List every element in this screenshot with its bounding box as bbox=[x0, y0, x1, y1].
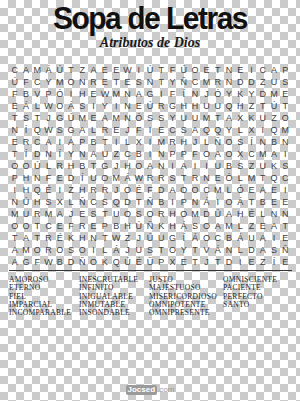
grid-cell-r4c8[interactable]: I bbox=[88, 100, 99, 112]
grid-cell-r9c24[interactable]: K bbox=[268, 160, 279, 172]
grid-cell-r16c16[interactable]: Y bbox=[178, 244, 189, 256]
grid-cell-r14c25[interactable]: T bbox=[280, 220, 291, 232]
grid-cell-r2c16[interactable]: Ñ bbox=[178, 76, 189, 88]
grid-cell-r5c5[interactable]: G bbox=[54, 112, 65, 124]
grid-cell-r1c21[interactable]: E bbox=[235, 64, 246, 76]
grid-cell-r4c20[interactable]: Q bbox=[223, 100, 234, 112]
grid-cell-r15c15[interactable]: G bbox=[167, 232, 178, 244]
grid-cell-r17c2[interactable]: G bbox=[20, 256, 31, 268]
grid-cell-r16c3[interactable]: O bbox=[32, 244, 43, 256]
grid-cell-r3c8[interactable]: E bbox=[88, 88, 99, 100]
grid-cell-r10c18[interactable]: N bbox=[201, 172, 212, 184]
grid-cell-r8c21[interactable]: X bbox=[235, 148, 246, 160]
grid-cell-r13c15[interactable]: H bbox=[167, 208, 178, 220]
grid-cell-r7c7[interactable]: P bbox=[77, 136, 88, 148]
grid-cell-r7c12[interactable]: X bbox=[133, 136, 144, 148]
grid-cell-r1c12[interactable]: I bbox=[133, 64, 144, 76]
grid-cell-r14c10[interactable]: B bbox=[111, 220, 122, 232]
grid-cell-r14c22[interactable]: Z bbox=[246, 220, 257, 232]
grid-cell-r3c25[interactable]: E bbox=[280, 88, 291, 100]
grid-cell-r4c12[interactable]: E bbox=[133, 100, 144, 112]
grid-cell-r12c9[interactable]: S bbox=[99, 196, 110, 208]
grid-cell-r11c10[interactable]: J bbox=[111, 184, 122, 196]
grid-cell-r17c7[interactable]: Ñ bbox=[77, 256, 88, 268]
grid-cell-r9c2[interactable]: O bbox=[20, 160, 31, 172]
grid-cell-r2c13[interactable]: N bbox=[144, 76, 155, 88]
grid-cell-r14c3[interactable]: T bbox=[32, 220, 43, 232]
grid-cell-r3c9[interactable]: W bbox=[99, 88, 110, 100]
grid-cell-r16c9[interactable]: L bbox=[99, 244, 110, 256]
grid-cell-r12c24[interactable]: E bbox=[268, 196, 279, 208]
grid-cell-r3c23[interactable]: D bbox=[257, 88, 268, 100]
grid-cell-r14c4[interactable]: C bbox=[43, 220, 54, 232]
grid-cell-r8c12[interactable]: B bbox=[133, 148, 144, 160]
grid-cell-r10c13[interactable]: R bbox=[144, 172, 155, 184]
grid-cell-r12c22[interactable]: T bbox=[246, 196, 257, 208]
grid-cell-r15c21[interactable]: Á bbox=[235, 232, 246, 244]
grid-cell-r10c11[interactable]: Á bbox=[122, 172, 133, 184]
grid-cell-r3c5[interactable]: Ó bbox=[54, 88, 65, 100]
grid-cell-r14c2[interactable]: O bbox=[20, 220, 31, 232]
grid-cell-r14c21[interactable]: L bbox=[235, 220, 246, 232]
grid-cell-r6c10[interactable]: E bbox=[111, 124, 122, 136]
grid-cell-r9c11[interactable]: H bbox=[122, 160, 133, 172]
grid-cell-r1c1[interactable]: C bbox=[9, 64, 20, 76]
grid-cell-r15c5[interactable]: É bbox=[54, 232, 65, 244]
grid-cell-r12c20[interactable]: O bbox=[223, 196, 234, 208]
grid-cell-r5c22[interactable]: K bbox=[246, 112, 257, 124]
grid-cell-r10c19[interactable]: E bbox=[212, 172, 223, 184]
grid-cell-r12c13[interactable]: Ñ bbox=[144, 196, 155, 208]
grid-cell-r9c1[interactable]: O bbox=[9, 160, 20, 172]
grid-cell-r10c7[interactable]: Í bbox=[77, 172, 88, 184]
grid-cell-r4c5[interactable]: O bbox=[54, 100, 65, 112]
grid-cell-r12c18[interactable]: Á bbox=[201, 196, 212, 208]
grid-cell-r7c23[interactable]: N bbox=[257, 136, 268, 148]
grid-cell-r3c17[interactable]: N bbox=[189, 88, 200, 100]
grid-cell-r15c9[interactable]: T bbox=[99, 232, 110, 244]
grid-cell-r6c23[interactable]: I bbox=[257, 124, 268, 136]
grid-cell-r13c1[interactable]: M bbox=[9, 208, 20, 220]
grid-cell-r7c9[interactable]: T bbox=[99, 136, 110, 148]
grid-cell-r3c15[interactable]: F bbox=[167, 88, 178, 100]
grid-cell-r1c16[interactable]: Ú bbox=[178, 64, 189, 76]
grid-cell-r16c8[interactable]: I bbox=[88, 244, 99, 256]
grid-cell-r5c10[interactable]: M bbox=[111, 112, 122, 124]
grid-cell-r10c2[interactable]: H bbox=[20, 172, 31, 184]
grid-cell-r17c1[interactable]: A bbox=[9, 256, 20, 268]
grid-cell-r1c11[interactable]: W bbox=[122, 64, 133, 76]
grid-cell-r11c21[interactable]: Ó bbox=[235, 184, 246, 196]
grid-cell-r5c3[interactable]: T bbox=[32, 112, 43, 124]
grid-cell-r4c24[interactable]: Ú bbox=[268, 100, 279, 112]
grid-cell-r2c11[interactable]: E bbox=[122, 76, 133, 88]
grid-cell-r8c3[interactable]: D bbox=[32, 148, 43, 160]
grid-cell-r4c9[interactable]: Y bbox=[99, 100, 110, 112]
grid-cell-r11c6[interactable]: Z bbox=[65, 184, 76, 196]
grid-cell-r8c25[interactable]: I bbox=[280, 148, 291, 160]
grid-cell-r12c12[interactable]: T bbox=[133, 196, 144, 208]
grid-cell-r8c13[interactable]: I bbox=[144, 148, 155, 160]
grid-cell-r11c1[interactable]: I bbox=[9, 184, 20, 196]
grid-cell-r7c14[interactable]: M bbox=[156, 136, 167, 148]
grid-cell-r9c25[interactable]: S bbox=[280, 160, 291, 172]
grid-cell-r3c2[interactable]: B bbox=[20, 88, 31, 100]
grid-cell-r8c11[interactable]: C bbox=[122, 148, 133, 160]
grid-cell-r1c9[interactable]: E bbox=[99, 64, 110, 76]
grid-cell-r13c21[interactable]: H bbox=[235, 208, 246, 220]
grid-cell-r17c24[interactable]: Í bbox=[268, 256, 279, 268]
grid-cell-r13c25[interactable]: N bbox=[280, 208, 291, 220]
grid-cell-r2c22[interactable]: D bbox=[246, 76, 257, 88]
grid-cell-r5c9[interactable]: A bbox=[99, 112, 110, 124]
grid-cell-r4c25[interactable]: T bbox=[280, 100, 291, 112]
grid-cell-r6c25[interactable]: M bbox=[280, 124, 291, 136]
grid-cell-r5c7[interactable]: M bbox=[77, 112, 88, 124]
grid-cell-r11c8[interactable]: R bbox=[88, 184, 99, 196]
grid-cell-r11c14[interactable]: D bbox=[156, 184, 167, 196]
grid-cell-r15c17[interactable]: Á bbox=[189, 232, 200, 244]
grid-cell-r15c16[interactable]: Í bbox=[178, 232, 189, 244]
grid-cell-r14c9[interactable]: P bbox=[99, 220, 110, 232]
grid-cell-r7c4[interactable]: A bbox=[43, 136, 54, 148]
grid-cell-r11c11[interactable]: O bbox=[122, 184, 133, 196]
grid-cell-r3c16[interactable]: Í bbox=[178, 88, 189, 100]
grid-cell-r15c22[interactable]: U bbox=[246, 232, 257, 244]
grid-cell-r4c7[interactable]: S bbox=[77, 100, 88, 112]
grid-cell-r9c12[interactable]: O bbox=[133, 160, 144, 172]
grid-cell-r8c5[interactable]: Í bbox=[54, 148, 65, 160]
grid-cell-r5c14[interactable]: S bbox=[156, 112, 167, 124]
grid-cell-r8c24[interactable]: A bbox=[268, 148, 279, 160]
grid-cell-r17c15[interactable]: X bbox=[167, 256, 178, 268]
grid-cell-r17c21[interactable]: I bbox=[235, 256, 246, 268]
grid-cell-r14c15[interactable]: H bbox=[167, 220, 178, 232]
grid-cell-r1c25[interactable]: P bbox=[280, 64, 291, 76]
grid-cell-r6c11[interactable]: J bbox=[122, 124, 133, 136]
grid-cell-r9c21[interactable]: S bbox=[235, 160, 246, 172]
grid-cell-r12c1[interactable]: N bbox=[9, 196, 20, 208]
grid-cell-r10c17[interactable]: R bbox=[189, 172, 200, 184]
grid-cell-r15c3[interactable]: T bbox=[32, 232, 43, 244]
grid-cell-r9c5[interactable]: R bbox=[54, 160, 65, 172]
grid-cell-r1c18[interactable]: E bbox=[201, 64, 212, 76]
grid-cell-r5c4[interactable]: J bbox=[43, 112, 54, 124]
grid-cell-r16c23[interactable]: A bbox=[257, 244, 268, 256]
grid-cell-r8c9[interactable]: U bbox=[99, 148, 110, 160]
grid-cell-r8c19[interactable]: A bbox=[212, 148, 223, 160]
grid-cell-r5c2[interactable]: S bbox=[20, 112, 31, 124]
grid-cell-r7c16[interactable]: H bbox=[178, 136, 189, 148]
grid-cell-r8c8[interactable]: A bbox=[88, 148, 99, 160]
grid-cell-r2c9[interactable]: E bbox=[99, 76, 110, 88]
grid-cell-r3c11[interactable]: N bbox=[122, 88, 133, 100]
grid-cell-r4c4[interactable]: W bbox=[43, 100, 54, 112]
grid-cell-r7c15[interactable]: R bbox=[167, 136, 178, 148]
grid-cell-r11c17[interactable]: O bbox=[189, 184, 200, 196]
grid-cell-r3c18[interactable]: J bbox=[201, 88, 212, 100]
grid-cell-r17c17[interactable]: T bbox=[189, 256, 200, 268]
grid-cell-r10c16[interactable]: T bbox=[178, 172, 189, 184]
grid-cell-r11c18[interactable]: C bbox=[201, 184, 212, 196]
grid-cell-r6c14[interactable]: E bbox=[156, 124, 167, 136]
grid-cell-r3c24[interactable]: M bbox=[268, 88, 279, 100]
grid-cell-r15c4[interactable]: R bbox=[43, 232, 54, 244]
grid-cell-r2c7[interactable]: N bbox=[77, 76, 88, 88]
grid-cell-r16c12[interactable]: U bbox=[133, 244, 144, 256]
grid-cell-r4c23[interactable]: T bbox=[257, 100, 268, 112]
grid-cell-r9c13[interactable]: A bbox=[144, 160, 155, 172]
grid-cell-r6c17[interactable]: A bbox=[189, 124, 200, 136]
grid-cell-r7c21[interactable]: S bbox=[235, 136, 246, 148]
grid-cell-r17c4[interactable]: W bbox=[43, 256, 54, 268]
grid-cell-r4c21[interactable]: H bbox=[235, 100, 246, 112]
grid-cell-r15c23[interactable]: A bbox=[257, 232, 268, 244]
grid-cell-r12c5[interactable]: X bbox=[54, 196, 65, 208]
grid-cell-r8c20[interactable]: O bbox=[223, 148, 234, 160]
grid-cell-r7c20[interactable]: O bbox=[223, 136, 234, 148]
grid-cell-r8c23[interactable]: M bbox=[257, 148, 268, 160]
grid-cell-r16c5[interactable]: O bbox=[54, 244, 65, 256]
grid-cell-r9c22[interactable]: Z bbox=[246, 160, 257, 172]
grid-cell-r16c4[interactable]: R bbox=[43, 244, 54, 256]
grid-cell-r2c24[interactable]: U bbox=[268, 76, 279, 88]
grid-cell-r6c21[interactable]: L bbox=[235, 124, 246, 136]
grid-cell-r1c19[interactable]: T bbox=[212, 64, 223, 76]
grid-cell-r7c13[interactable]: I bbox=[144, 136, 155, 148]
grid-cell-r2c15[interactable]: Y bbox=[167, 76, 178, 88]
grid-cell-r5c24[interactable]: Z bbox=[268, 112, 279, 124]
grid-cell-r2c20[interactable]: N bbox=[223, 76, 234, 88]
grid-cell-r5c23[interactable]: U bbox=[257, 112, 268, 124]
grid-cell-r4c15[interactable]: G bbox=[167, 100, 178, 112]
grid-cell-r15c13[interactable]: Ú bbox=[144, 232, 155, 244]
grid-cell-r13c12[interactable]: S bbox=[133, 208, 144, 220]
grid-cell-r1c23[interactable]: C bbox=[257, 64, 268, 76]
grid-cell-r16c20[interactable]: N bbox=[223, 244, 234, 256]
grid-cell-r16c2[interactable]: M bbox=[20, 244, 31, 256]
grid-cell-r6c16[interactable]: S bbox=[178, 124, 189, 136]
grid-cell-r15c8[interactable]: N bbox=[88, 232, 99, 244]
grid-cell-r13c7[interactable]: E bbox=[77, 208, 88, 220]
grid-cell-r2c18[interactable]: M bbox=[201, 76, 212, 88]
grid-cell-r15c20[interactable]: B bbox=[223, 232, 234, 244]
grid-cell-r13c6[interactable]: J bbox=[65, 208, 76, 220]
grid-cell-r2c12[interactable]: S bbox=[133, 76, 144, 88]
grid-cell-r1c7[interactable]: Z bbox=[77, 64, 88, 76]
grid-cell-r4c16[interactable]: H bbox=[178, 100, 189, 112]
grid-cell-r12c19[interactable]: I bbox=[212, 196, 223, 208]
grid-cell-r6c20[interactable]: Y bbox=[223, 124, 234, 136]
grid-cell-r11c9[interactable]: R bbox=[99, 184, 110, 196]
grid-cell-r5c19[interactable]: T bbox=[212, 112, 223, 124]
grid-cell-r4c22[interactable]: Z bbox=[246, 100, 257, 112]
grid-cell-r2c1[interactable]: Ú bbox=[9, 76, 20, 88]
grid-cell-r3c6[interactable]: I bbox=[65, 88, 76, 100]
grid-cell-r17c8[interactable]: O bbox=[88, 256, 99, 268]
grid-cell-r3c3[interactable]: V bbox=[32, 88, 43, 100]
grid-cell-r7c10[interactable]: I bbox=[111, 136, 122, 148]
grid-cell-r2c21[interactable]: D bbox=[235, 76, 246, 88]
grid-cell-r14c17[interactable]: S bbox=[189, 220, 200, 232]
grid-cell-r14c20[interactable]: M bbox=[223, 220, 234, 232]
grid-cell-r15c12[interactable]: J bbox=[133, 232, 144, 244]
grid-cell-r12c4[interactable]: S bbox=[43, 196, 54, 208]
grid-cell-r12c10[interactable]: Q bbox=[111, 196, 122, 208]
grid-cell-r4c19[interactable]: U bbox=[212, 100, 223, 112]
grid-cell-r9c17[interactable]: I bbox=[189, 160, 200, 172]
grid-cell-r17c18[interactable]: J bbox=[201, 256, 212, 268]
grid-cell-r7c18[interactable]: L bbox=[201, 136, 212, 148]
grid-cell-r12c23[interactable]: B bbox=[257, 196, 268, 208]
grid-cell-r8c2[interactable]: Í bbox=[20, 148, 31, 160]
grid-cell-r14c24[interactable]: A bbox=[268, 220, 279, 232]
grid-cell-r7c6[interactable]: A bbox=[65, 136, 76, 148]
grid-cell-r12c21[interactable]: Á bbox=[235, 196, 246, 208]
grid-cell-r8c10[interactable]: Z bbox=[111, 148, 122, 160]
grid-cell-r17c9[interactable]: K bbox=[99, 256, 110, 268]
grid-cell-r16c18[interactable]: V bbox=[201, 244, 212, 256]
grid-cell-r11c20[interactable]: L bbox=[223, 184, 234, 196]
grid-cell-r8c4[interactable]: N bbox=[43, 148, 54, 160]
grid-cell-r10c8[interactable]: U bbox=[88, 172, 99, 184]
grid-cell-r1c5[interactable]: Ú bbox=[54, 64, 65, 76]
grid-cell-r16c17[interactable]: T bbox=[189, 244, 200, 256]
grid-cell-r1c13[interactable]: Ú bbox=[144, 64, 155, 76]
grid-cell-r15c25[interactable]: E bbox=[280, 232, 291, 244]
grid-cell-r5c8[interactable]: E bbox=[88, 112, 99, 124]
grid-cell-r15c14[interactable]: U bbox=[156, 232, 167, 244]
grid-cell-r14c18[interactable]: O bbox=[201, 220, 212, 232]
grid-cell-r11c15[interactable]: A bbox=[167, 184, 178, 196]
grid-cell-r16c11[interactable]: J bbox=[122, 244, 133, 256]
grid-cell-r2c17[interactable]: C bbox=[189, 76, 200, 88]
grid-cell-r7c1[interactable]: E bbox=[9, 136, 20, 148]
grid-cell-r9c4[interactable]: L bbox=[43, 160, 54, 172]
grid-cell-r2c4[interactable]: Y bbox=[43, 76, 54, 88]
grid-cell-r8c22[interactable]: C bbox=[246, 148, 257, 160]
grid-cell-r1c22[interactable]: I bbox=[246, 64, 257, 76]
grid-cell-r2c25[interactable]: S bbox=[280, 76, 291, 88]
grid-cell-r2c10[interactable]: T bbox=[111, 76, 122, 88]
grid-cell-r1c15[interactable]: F bbox=[167, 64, 178, 76]
grid-cell-r10c12[interactable]: W bbox=[133, 172, 144, 184]
grid-cell-r4c18[interactable]: U bbox=[201, 100, 212, 112]
grid-cell-r9c19[interactable]: U bbox=[212, 160, 223, 172]
grid-cell-r1c20[interactable]: N bbox=[223, 64, 234, 76]
grid-cell-r14c14[interactable]: K bbox=[156, 220, 167, 232]
grid-cell-r16c15[interactable]: O bbox=[167, 244, 178, 256]
grid-cell-r4c14[interactable]: R bbox=[156, 100, 167, 112]
grid-cell-r7c17[interactable]: J bbox=[189, 136, 200, 148]
grid-cell-r1c17[interactable]: O bbox=[189, 64, 200, 76]
grid-cell-r17c23[interactable]: Z bbox=[257, 256, 268, 268]
grid-cell-r5c11[interactable]: N bbox=[122, 112, 133, 124]
grid-cell-r8c6[interactable]: Y bbox=[65, 148, 76, 160]
grid-cell-r8c18[interactable]: O bbox=[201, 148, 212, 160]
grid-cell-r15c19[interactable]: C bbox=[212, 232, 223, 244]
grid-cell-r12c25[interactable]: E bbox=[280, 196, 291, 208]
grid-cell-r3c10[interactable]: M bbox=[111, 88, 122, 100]
grid-cell-r4c3[interactable]: L bbox=[32, 100, 43, 112]
grid-cell-r14c12[interactable]: Ú bbox=[133, 220, 144, 232]
grid-cell-r8c7[interactable]: N bbox=[77, 148, 88, 160]
grid-cell-r14c16[interactable]: Á bbox=[178, 220, 189, 232]
grid-cell-r3c21[interactable]: K bbox=[235, 88, 246, 100]
grid-cell-r5c18[interactable]: M bbox=[201, 112, 212, 124]
grid-cell-r5c17[interactable]: U bbox=[189, 112, 200, 124]
grid-cell-r6c5[interactable]: S bbox=[54, 124, 65, 136]
grid-cell-r5c12[interactable]: Ó bbox=[133, 112, 144, 124]
grid-cell-r3c19[interactable]: Ó bbox=[212, 88, 223, 100]
grid-cell-r7c19[interactable]: Ñ bbox=[212, 136, 223, 148]
grid-cell-r13c14[interactable]: R bbox=[156, 208, 167, 220]
grid-cell-r12c14[interactable]: B bbox=[156, 196, 167, 208]
grid-cell-r17c25[interactable]: E bbox=[280, 256, 291, 268]
grid-cell-r6c6[interactable]: G bbox=[65, 124, 76, 136]
grid-cell-r12c6[interactable]: L bbox=[65, 196, 76, 208]
grid-cell-r11c5[interactable]: I bbox=[54, 184, 65, 196]
grid-cell-r17c5[interactable]: B bbox=[54, 256, 65, 268]
grid-cell-r4c10[interactable]: I bbox=[111, 100, 122, 112]
grid-cell-r17c20[interactable]: D bbox=[223, 256, 234, 268]
grid-cell-r17c16[interactable]: E bbox=[178, 256, 189, 268]
grid-cell-r7c8[interactable]: B bbox=[88, 136, 99, 148]
grid-cell-r14c8[interactable]: E bbox=[88, 220, 99, 232]
grid-cell-r17c3[interactable]: F bbox=[32, 256, 43, 268]
grid-cell-r6c15[interactable]: C bbox=[167, 124, 178, 136]
grid-cell-r7c25[interactable]: N bbox=[280, 136, 291, 148]
grid-cell-r1c6[interactable]: T bbox=[65, 64, 76, 76]
grid-cell-r6c4[interactable]: W bbox=[43, 124, 54, 136]
grid-cell-r4c17[interactable]: H bbox=[189, 100, 200, 112]
grid-cell-r6c24[interactable]: Q bbox=[268, 124, 279, 136]
grid-cell-r11c4[interactable]: É bbox=[43, 184, 54, 196]
grid-cell-r13c2[interactable]: U bbox=[20, 208, 31, 220]
grid-cell-r12c7[interactable]: Ñ bbox=[77, 196, 88, 208]
grid-cell-r2c14[interactable]: T bbox=[156, 76, 167, 88]
grid-cell-r17c6[interactable]: D bbox=[65, 256, 76, 268]
grid-cell-r13c19[interactable]: Ú bbox=[212, 208, 223, 220]
grid-cell-r6c7[interactable]: A bbox=[77, 124, 88, 136]
grid-cell-r14c19[interactable]: A bbox=[212, 220, 223, 232]
grid-cell-r7c5[interactable]: I bbox=[54, 136, 65, 148]
grid-cell-r1c3[interactable]: M bbox=[32, 64, 43, 76]
grid-cell-r3c12[interactable]: A bbox=[133, 88, 144, 100]
grid-cell-r10c1[interactable]: P bbox=[9, 172, 20, 184]
grid-cell-r15c10[interactable]: W bbox=[111, 232, 122, 244]
grid-cell-r12c2[interactable]: Ú bbox=[20, 196, 31, 208]
grid-cell-r2c2[interactable]: F bbox=[20, 76, 31, 88]
grid-cell-r11c19[interactable]: M bbox=[212, 184, 223, 196]
grid-cell-r8c16[interactable]: P bbox=[178, 148, 189, 160]
grid-cell-r13c10[interactable]: U bbox=[111, 208, 122, 220]
grid-cell-r17c10[interactable]: Q bbox=[111, 256, 122, 268]
grid-cell-r12c17[interactable]: N bbox=[189, 196, 200, 208]
grid-cell-r8c17[interactable]: F bbox=[189, 148, 200, 160]
grid-cell-r16c7[interactable]: O bbox=[77, 244, 88, 256]
grid-cell-r9c14[interactable]: N bbox=[156, 160, 167, 172]
grid-cell-r11c16[interactable]: O bbox=[178, 184, 189, 196]
grid-cell-r1c24[interactable]: A bbox=[268, 64, 279, 76]
grid-cell-r10c20[interactable]: Ó bbox=[223, 172, 234, 184]
grid-cell-r3c14[interactable]: I bbox=[156, 88, 167, 100]
grid-cell-r5c1[interactable]: T bbox=[9, 112, 20, 124]
grid-cell-r1c10[interactable]: E bbox=[111, 64, 122, 76]
grid-cell-r5c25[interactable]: O bbox=[280, 112, 291, 124]
grid-cell-r3c22[interactable]: Y bbox=[246, 88, 257, 100]
grid-cell-r13c18[interactable]: D bbox=[201, 208, 212, 220]
